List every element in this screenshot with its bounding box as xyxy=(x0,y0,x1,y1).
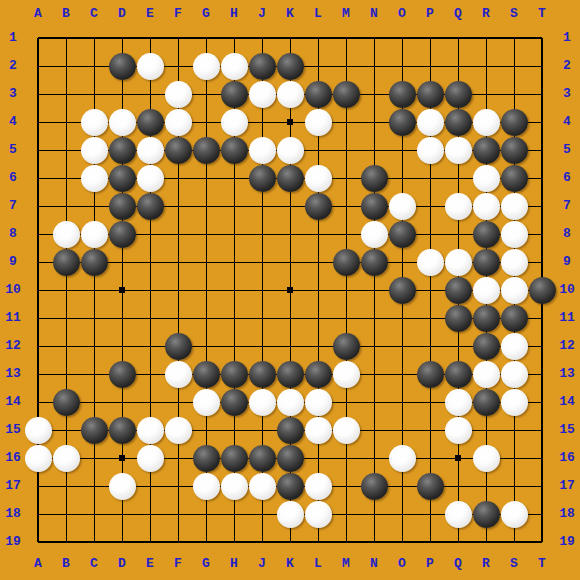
coord-label-right-12: 12 xyxy=(554,338,580,354)
white-stone xyxy=(305,109,332,136)
white-stone xyxy=(417,137,444,164)
black-stone xyxy=(221,81,248,108)
coord-label-top-B: B xyxy=(52,6,80,22)
coord-label-left-10: 10 xyxy=(0,282,26,298)
black-stone xyxy=(221,445,248,472)
coord-label-right-1: 1 xyxy=(554,30,580,46)
black-stone xyxy=(193,361,220,388)
black-stone xyxy=(473,137,500,164)
coord-label-right-19: 19 xyxy=(554,534,580,550)
coord-label-bottom-J: J xyxy=(248,556,276,572)
coord-label-right-15: 15 xyxy=(554,422,580,438)
black-stone xyxy=(501,305,528,332)
white-stone xyxy=(333,361,360,388)
coord-label-bottom-H: H xyxy=(220,556,248,572)
black-stone xyxy=(417,473,444,500)
coord-label-left-18: 18 xyxy=(0,506,26,522)
black-stone xyxy=(81,249,108,276)
black-stone xyxy=(445,81,472,108)
white-stone xyxy=(165,109,192,136)
white-stone xyxy=(417,109,444,136)
white-stone xyxy=(277,81,304,108)
black-stone xyxy=(389,109,416,136)
coord-label-right-10: 10 xyxy=(554,282,580,298)
black-stone xyxy=(473,249,500,276)
coord-label-top-F: F xyxy=(164,6,192,22)
white-stone xyxy=(417,249,444,276)
coord-label-left-14: 14 xyxy=(0,394,26,410)
star-point xyxy=(119,455,126,462)
white-stone xyxy=(249,137,276,164)
coord-label-right-5: 5 xyxy=(554,142,580,158)
white-stone xyxy=(333,417,360,444)
black-stone xyxy=(221,137,248,164)
black-stone xyxy=(109,361,136,388)
coord-label-right-13: 13 xyxy=(554,366,580,382)
white-stone xyxy=(137,137,164,164)
coord-label-bottom-A: A xyxy=(24,556,52,572)
black-stone xyxy=(361,473,388,500)
black-stone xyxy=(193,137,220,164)
coord-label-right-14: 14 xyxy=(554,394,580,410)
coord-label-top-S: S xyxy=(500,6,528,22)
white-stone xyxy=(473,445,500,472)
go-app-window: ABCDEFGHJKLMNOPQRST ABCDEFGHJKLMNOPQRST … xyxy=(0,0,580,580)
white-stone xyxy=(305,165,332,192)
coord-label-top-M: M xyxy=(332,6,360,22)
black-stone xyxy=(333,333,360,360)
black-stone xyxy=(277,445,304,472)
black-stone xyxy=(445,361,472,388)
black-stone xyxy=(501,109,528,136)
white-stone xyxy=(137,53,164,80)
white-stone xyxy=(501,361,528,388)
coord-label-top-T: T xyxy=(528,6,556,22)
coord-label-top-R: R xyxy=(472,6,500,22)
white-stone xyxy=(221,109,248,136)
white-stone xyxy=(473,277,500,304)
coord-label-right-8: 8 xyxy=(554,226,580,242)
black-stone xyxy=(109,417,136,444)
coord-label-left-4: 4 xyxy=(0,114,26,130)
coord-label-left-9: 9 xyxy=(0,254,26,270)
white-stone xyxy=(501,333,528,360)
coord-label-bottom-P: P xyxy=(416,556,444,572)
white-stone xyxy=(445,417,472,444)
white-stone xyxy=(221,473,248,500)
white-stone xyxy=(193,53,220,80)
white-stone xyxy=(501,249,528,276)
black-stone xyxy=(361,165,388,192)
white-stone xyxy=(25,417,52,444)
coord-label-top-O: O xyxy=(388,6,416,22)
white-stone xyxy=(445,249,472,276)
black-stone xyxy=(109,165,136,192)
coord-label-left-17: 17 xyxy=(0,478,26,494)
black-stone xyxy=(361,249,388,276)
black-stone xyxy=(501,165,528,192)
black-stone xyxy=(333,249,360,276)
black-stone xyxy=(473,501,500,528)
white-stone xyxy=(277,137,304,164)
black-stone xyxy=(277,473,304,500)
coord-label-left-12: 12 xyxy=(0,338,26,354)
coord-label-top-N: N xyxy=(360,6,388,22)
coord-label-bottom-C: C xyxy=(80,556,108,572)
coord-label-left-11: 11 xyxy=(0,310,26,326)
star-point xyxy=(119,287,126,294)
black-stone xyxy=(473,221,500,248)
black-stone xyxy=(417,81,444,108)
coord-label-right-6: 6 xyxy=(554,170,580,186)
coord-label-left-3: 3 xyxy=(0,86,26,102)
coord-label-top-Q: Q xyxy=(444,6,472,22)
coord-label-bottom-D: D xyxy=(108,556,136,572)
coord-label-left-15: 15 xyxy=(0,422,26,438)
black-stone xyxy=(249,445,276,472)
black-stone xyxy=(249,53,276,80)
black-stone xyxy=(109,193,136,220)
coord-label-right-2: 2 xyxy=(554,58,580,74)
coord-label-bottom-G: G xyxy=(192,556,220,572)
coord-label-bottom-B: B xyxy=(52,556,80,572)
white-stone xyxy=(305,501,332,528)
white-stone xyxy=(305,417,332,444)
black-stone xyxy=(137,193,164,220)
black-stone xyxy=(417,361,444,388)
black-stone xyxy=(221,361,248,388)
white-stone xyxy=(25,445,52,472)
black-stone xyxy=(445,109,472,136)
coord-label-right-7: 7 xyxy=(554,198,580,214)
coord-label-bottom-S: S xyxy=(500,556,528,572)
black-stone xyxy=(473,305,500,332)
coord-label-left-19: 19 xyxy=(0,534,26,550)
coord-label-left-2: 2 xyxy=(0,58,26,74)
star-point xyxy=(455,455,462,462)
black-stone xyxy=(277,165,304,192)
coord-label-right-11: 11 xyxy=(554,310,580,326)
white-stone xyxy=(445,137,472,164)
coord-label-top-K: K xyxy=(276,6,304,22)
black-stone xyxy=(109,137,136,164)
white-stone xyxy=(277,501,304,528)
black-stone xyxy=(445,305,472,332)
black-stone xyxy=(137,109,164,136)
black-stone xyxy=(193,445,220,472)
coord-label-top-P: P xyxy=(416,6,444,22)
coord-label-left-1: 1 xyxy=(0,30,26,46)
white-stone xyxy=(221,53,248,80)
black-stone xyxy=(221,389,248,416)
coord-label-top-L: L xyxy=(304,6,332,22)
white-stone xyxy=(165,81,192,108)
black-stone xyxy=(389,81,416,108)
black-stone xyxy=(109,53,136,80)
coord-label-top-C: C xyxy=(80,6,108,22)
white-stone xyxy=(445,193,472,220)
black-stone xyxy=(81,417,108,444)
coord-label-top-D: D xyxy=(108,6,136,22)
white-stone xyxy=(389,193,416,220)
black-stone xyxy=(473,389,500,416)
white-stone xyxy=(81,221,108,248)
coord-label-right-17: 17 xyxy=(554,478,580,494)
coord-label-right-16: 16 xyxy=(554,450,580,466)
white-stone xyxy=(109,109,136,136)
white-stone xyxy=(193,473,220,500)
coord-label-left-13: 13 xyxy=(0,366,26,382)
black-stone xyxy=(109,221,136,248)
coord-label-left-16: 16 xyxy=(0,450,26,466)
coord-label-bottom-F: F xyxy=(164,556,192,572)
coord-label-left-8: 8 xyxy=(0,226,26,242)
black-stone xyxy=(165,333,192,360)
coord-label-top-H: H xyxy=(220,6,248,22)
white-stone xyxy=(81,137,108,164)
white-stone xyxy=(473,165,500,192)
white-stone xyxy=(249,389,276,416)
white-stone xyxy=(445,389,472,416)
white-stone xyxy=(53,445,80,472)
star-point xyxy=(287,287,294,294)
black-stone xyxy=(501,137,528,164)
black-stone xyxy=(53,249,80,276)
white-stone xyxy=(473,109,500,136)
white-stone xyxy=(305,473,332,500)
white-stone xyxy=(305,389,332,416)
white-stone xyxy=(473,193,500,220)
black-stone xyxy=(165,137,192,164)
black-stone xyxy=(277,361,304,388)
coord-label-bottom-R: R xyxy=(472,556,500,572)
black-stone xyxy=(249,361,276,388)
coord-label-bottom-E: E xyxy=(136,556,164,572)
star-point xyxy=(287,119,294,126)
white-stone xyxy=(137,165,164,192)
white-stone xyxy=(249,473,276,500)
black-stone xyxy=(53,389,80,416)
coord-label-bottom-Q: Q xyxy=(444,556,472,572)
black-stone xyxy=(305,81,332,108)
coord-label-right-9: 9 xyxy=(554,254,580,270)
coord-label-top-J: J xyxy=(248,6,276,22)
coord-label-bottom-M: M xyxy=(332,556,360,572)
white-stone xyxy=(501,277,528,304)
white-stone xyxy=(53,221,80,248)
white-stone xyxy=(501,389,528,416)
white-stone xyxy=(389,445,416,472)
coord-label-bottom-T: T xyxy=(528,556,556,572)
black-stone xyxy=(529,277,556,304)
black-stone xyxy=(249,165,276,192)
white-stone xyxy=(109,473,136,500)
white-stone xyxy=(473,361,500,388)
coord-label-bottom-N: N xyxy=(360,556,388,572)
coord-label-right-18: 18 xyxy=(554,506,580,522)
white-stone xyxy=(501,193,528,220)
white-stone xyxy=(361,221,388,248)
coord-label-left-6: 6 xyxy=(0,170,26,186)
black-stone xyxy=(445,277,472,304)
white-stone xyxy=(501,501,528,528)
white-stone xyxy=(501,221,528,248)
black-stone xyxy=(473,333,500,360)
black-stone xyxy=(361,193,388,220)
black-stone xyxy=(333,81,360,108)
coord-label-bottom-L: L xyxy=(304,556,332,572)
coord-label-top-E: E xyxy=(136,6,164,22)
coord-label-right-3: 3 xyxy=(554,86,580,102)
white-stone xyxy=(277,389,304,416)
white-stone xyxy=(137,445,164,472)
white-stone xyxy=(445,501,472,528)
white-stone xyxy=(81,109,108,136)
coord-label-left-5: 5 xyxy=(0,142,26,158)
black-stone xyxy=(277,53,304,80)
go-board[interactable]: ABCDEFGHJKLMNOPQRST ABCDEFGHJKLMNOPQRST … xyxy=(0,0,580,580)
coord-label-top-A: A xyxy=(24,6,52,22)
coord-label-left-7: 7 xyxy=(0,198,26,214)
white-stone xyxy=(249,81,276,108)
coord-label-bottom-K: K xyxy=(276,556,304,572)
black-stone xyxy=(389,277,416,304)
white-stone xyxy=(165,361,192,388)
black-stone xyxy=(277,417,304,444)
white-stone xyxy=(81,165,108,192)
white-stone xyxy=(165,417,192,444)
white-stone xyxy=(193,389,220,416)
coord-label-top-G: G xyxy=(192,6,220,22)
white-stone xyxy=(137,417,164,444)
black-stone xyxy=(305,193,332,220)
coord-label-bottom-O: O xyxy=(388,556,416,572)
black-stone xyxy=(305,361,332,388)
coord-label-right-4: 4 xyxy=(554,114,580,130)
black-stone xyxy=(389,221,416,248)
